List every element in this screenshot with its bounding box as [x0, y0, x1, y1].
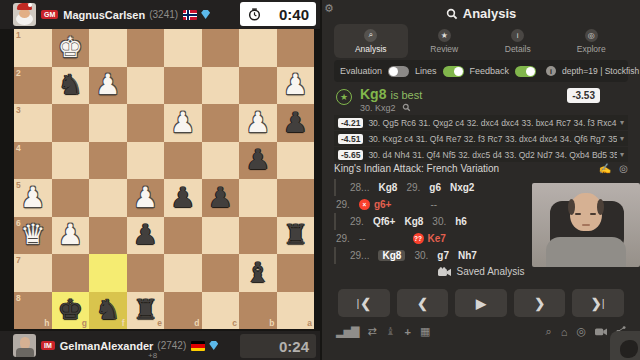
square-d3[interactable]: ♟ [164, 104, 202, 142]
move-number: 29. [350, 216, 364, 227]
best-move-star-icon: ★ [336, 89, 352, 105]
square-f7[interactable] [89, 254, 127, 292]
move[interactable]: Nh7 [458, 250, 477, 261]
engine-line-1[interactable]: -4.2130. Qg5 Rc6 31. Qxg2 c4 32. dxc4 dx… [334, 115, 628, 130]
line-eval: -4.21 [338, 118, 363, 128]
move[interactable]: Kg8 [378, 250, 405, 261]
square-f3[interactable] [89, 104, 127, 142]
square-b3[interactable]: ♟ [239, 104, 277, 142]
move-number: 29. [336, 199, 350, 210]
black-pawn-b4: ♟ [239, 142, 277, 180]
clock-bottom: 0:24 [240, 334, 316, 358]
saved-analysis-button[interactable]: Saved Analysis [322, 266, 640, 277]
white-pawn-f2: ♟ [89, 67, 127, 105]
white-pawn-a2: ♟ [277, 67, 315, 105]
square-b2[interactable] [239, 67, 277, 105]
move[interactable]: Kg8 [378, 182, 397, 193]
square-b4[interactable]: ♟ [239, 142, 277, 180]
best-move-suffix: is best [390, 89, 422, 101]
move-number: 28... [350, 182, 369, 193]
black-rook-e8: ♜ [127, 292, 165, 330]
magnifier-icon: ⌕ [364, 29, 377, 42]
webcam-video [532, 183, 640, 267]
player-bar-top: GM MagnusCarlsen (3241) 0:40 [0, 0, 320, 29]
feedback-toggle[interactable] [515, 66, 536, 77]
move[interactable]: Ke7 [428, 233, 446, 244]
go-back-button[interactable]: ❮ [397, 289, 449, 317]
board-editor-icon[interactable]: ▦ [420, 325, 430, 338]
square-e1[interactable] [127, 29, 165, 67]
square-b8[interactable]: b [239, 292, 277, 330]
title-badge-im: IM [41, 341, 55, 350]
move[interactable]: g6 [429, 182, 441, 193]
move[interactable]: Qf6+ [373, 216, 396, 227]
rank-label: 7 [16, 255, 21, 265]
square-h4[interactable]: 4 [14, 142, 52, 180]
black-pawn-a3: ♟ [277, 104, 315, 142]
expand-caret-icon[interactable]: ▾ [620, 118, 624, 127]
file-label: c [232, 318, 237, 328]
search-icon[interactable]: ⌕ [546, 325, 552, 338]
rank-label: 8 [16, 293, 21, 303]
norway-flag-icon [183, 10, 197, 20]
tab-explore[interactable]: ◎ Explore [555, 24, 629, 58]
best-move: Kg8 [360, 86, 386, 102]
video-icon[interactable] [595, 327, 607, 336]
app-window: GM MagnusCarlsen (3241) 0:40 1♚2♞♟♟3♟♟♟4… [0, 0, 640, 360]
chart-icon[interactable]: ▂▅▇ [336, 325, 358, 338]
file-label: d [194, 318, 199, 328]
square-a1[interactable] [277, 29, 315, 67]
lines-toggle-label: Lines [415, 66, 437, 76]
square-d1[interactable] [164, 29, 202, 67]
square-g8[interactable]: g♚ [52, 292, 90, 330]
play-button[interactable]: ▶ [455, 289, 507, 317]
move[interactable]: g6+ [374, 199, 392, 210]
clock-icon [248, 7, 261, 24]
corner-widget[interactable] [610, 331, 640, 360]
camera-icon [438, 267, 451, 277]
black-bishop-b7: ♝ [239, 254, 277, 292]
rank-label: 1 [16, 30, 21, 40]
chess-board[interactable]: 1♚2♞♟♟3♟♟♟4♟5♟♟♟♟6♛♟♟♜7♝8hg♚f♞e♜dcba [14, 29, 314, 329]
diamond-icon [201, 10, 210, 19]
square-e3[interactable] [127, 104, 165, 142]
white-pawn-b3: ♟ [239, 104, 277, 142]
square-d7[interactable] [164, 254, 202, 292]
move-number: 29. [336, 233, 350, 244]
go-forward-button[interactable]: ❯ [514, 289, 566, 317]
square-h5[interactable]: 5♟ [14, 179, 52, 217]
score-delta: +8 [148, 351, 157, 360]
engine-line-3[interactable]: -5.6530. d4 Nh4 31. Qf4 Nf5 32. dxc5 d4 … [334, 147, 628, 162]
square-c1[interactable] [202, 29, 240, 67]
square-e7[interactable] [127, 254, 165, 292]
white-pawn-d3: ♟ [164, 104, 202, 142]
engine-options-strip: EvaluationLinesFeedbacki depth=19 | Stoc… [334, 60, 628, 82]
square-e8[interactable]: e♜ [127, 292, 165, 330]
square-c4[interactable] [202, 142, 240, 180]
opening-row: King's Indian Attack: French Variation ✍… [334, 163, 628, 174]
square-g6[interactable]: ♟ [52, 217, 90, 255]
square-f6[interactable] [89, 217, 127, 255]
mistake-icon: × [359, 199, 370, 210]
square-c3[interactable] [202, 104, 240, 142]
tab-bar: ⌕ Analysis ★ Review i Details ◎ Explore [334, 24, 628, 58]
move[interactable]: -- [359, 233, 366, 244]
square-g2[interactable]: ♞ [52, 67, 90, 105]
engine-status: depth=19 | Stockfish 16 Lite [562, 66, 640, 76]
explorer-compass-icon[interactable]: ◎ [619, 163, 628, 174]
square-e5[interactable]: ♟ [127, 179, 165, 217]
engine-line-2[interactable]: -4.5130. Kxg2 c4 31. Qf4 Re7 32. f3 Rc7 … [334, 131, 628, 146]
opening-name: King's Indian Attack: French Variation [334, 163, 591, 174]
player-name-top[interactable]: MagnusCarlsen [63, 9, 145, 21]
best-move-reply: 30. Kxg2 [360, 103, 396, 113]
rematch-icon[interactable]: ⇄ [367, 325, 376, 338]
black-pawn-c5: ♟ [202, 179, 240, 217]
analysis-panel: ⚙ Analysis ⌕ Analysis ★ Review i Details… [322, 0, 640, 360]
square-e6[interactable]: ♟ [127, 217, 165, 255]
black-pawn-d5: ♟ [164, 179, 202, 217]
file-label: h [44, 318, 49, 328]
best-move-summary: ★ Kg8is best 30. Kxg2 -3.53 [334, 86, 628, 114]
rank-label: 4 [16, 143, 21, 153]
title-badge-gm: GM [41, 10, 58, 19]
square-a8[interactable]: a [277, 292, 315, 330]
line-moves: 30. d4 Nh4 31. Qf4 Nf5 32. dxc5 d4 33. Q… [368, 150, 617, 160]
square-b7[interactable]: ♝ [239, 254, 277, 292]
go-first-button[interactable]: |❮ [338, 289, 390, 317]
black-knight-g2: ♞ [52, 67, 90, 105]
square-d6[interactable] [164, 217, 202, 255]
rank-label: 3 [16, 105, 21, 115]
square-g4[interactable] [52, 142, 90, 180]
square-d8[interactable]: d [164, 292, 202, 330]
square-d2[interactable] [164, 67, 202, 105]
eval-badge: -3.53 [567, 88, 600, 103]
square-c2[interactable] [202, 67, 240, 105]
black-pawn-e6: ♟ [127, 217, 165, 255]
info-icon: i [511, 29, 524, 42]
move-number: 30. [414, 250, 428, 261]
target-icon[interactable]: ◎ [576, 325, 586, 338]
player-bar-bottom: IM GelmanAlexander (2742) 0:24 [0, 331, 320, 360]
black-knight-f8: ♞ [89, 292, 127, 330]
square-a5[interactable] [277, 179, 315, 217]
lines-toggle[interactable] [443, 66, 464, 77]
move-number: 29... [350, 250, 369, 261]
clock-time-top: 0:40 [279, 6, 309, 23]
move[interactable]: h6 [455, 216, 467, 227]
clock-time-bottom: 0:24 [279, 338, 309, 355]
square-g5[interactable] [52, 179, 90, 217]
go-last-button[interactable]: ❯| [572, 289, 624, 317]
annotations-icon[interactable]: ✍ [599, 163, 611, 174]
tab-review[interactable]: ★ Review [408, 24, 482, 58]
black-king-g8: ♚ [52, 292, 90, 330]
square-h2[interactable]: 2 [14, 67, 52, 105]
player-rating-top: (3241) [149, 9, 178, 20]
line-moves: 30. Qg5 Rc6 31. Qxg2 c4 32. dxc4 dxc4 33… [368, 118, 617, 128]
square-h8[interactable]: 8h [14, 292, 52, 330]
clock-top: 0:40 [240, 2, 316, 26]
square-a7[interactable] [277, 254, 315, 292]
add-icon[interactable]: + [404, 326, 410, 338]
file-label: b [269, 318, 274, 328]
black-rook-a6: ♜ [277, 217, 315, 255]
move[interactable]: Kg8 [404, 216, 423, 227]
star-icon: ★ [438, 29, 451, 42]
square-a2[interactable]: ♟ [277, 67, 315, 105]
white-pawn-g6: ♟ [52, 217, 90, 255]
square-h3[interactable]: 3 [14, 104, 52, 142]
square-h1[interactable]: 1 [14, 29, 52, 67]
white-pawn-h5: ♟ [14, 179, 52, 217]
player-rating-bottom: (2742) [157, 340, 186, 351]
square-h7[interactable]: 7 [14, 254, 52, 292]
square-f8[interactable]: f♞ [89, 292, 127, 330]
square-f1[interactable] [89, 29, 127, 67]
square-e2[interactable] [127, 67, 165, 105]
square-e4[interactable] [127, 142, 165, 180]
rank-label: 2 [16, 68, 21, 78]
move[interactable]: -- [430, 199, 437, 210]
blunder-icon: ?? [413, 233, 424, 244]
white-queen-h6: ♛ [14, 217, 52, 255]
diamond-icon [209, 341, 218, 350]
square-f5[interactable] [89, 179, 127, 217]
square-f4[interactable] [89, 142, 127, 180]
library-icon[interactable]: ⌂ [561, 326, 568, 338]
move[interactable]: g7 [437, 250, 449, 261]
preview-magnifier-icon [402, 103, 411, 112]
square-b6[interactable] [239, 217, 277, 255]
square-c8[interactable]: c [202, 292, 240, 330]
square-a4[interactable] [277, 142, 315, 180]
player-name-bottom[interactable]: GelmanAlexander [60, 340, 154, 352]
white-pawn-e5: ♟ [127, 179, 165, 217]
bottom-toolbar: ▂▅▇ ⇄ ♝ + ▦ ⌕ ⌂ ◎ [336, 325, 626, 338]
feedback-toggle-label: Feedback [470, 66, 510, 76]
move-number: 30. [432, 216, 446, 227]
tab-details[interactable]: i Details [481, 24, 555, 58]
square-c7[interactable] [202, 254, 240, 292]
square-b1[interactable] [239, 29, 277, 67]
streamer-body [546, 237, 626, 267]
germany-flag-icon [191, 341, 205, 351]
square-d4[interactable] [164, 142, 202, 180]
move-number: 29. [406, 182, 420, 193]
square-a3[interactable]: ♟ [277, 104, 315, 142]
square-b5[interactable] [239, 179, 277, 217]
move[interactable]: Nxg2 [450, 182, 474, 193]
compass-icon: ◎ [585, 29, 598, 42]
expand-caret-icon[interactable]: ▾ [620, 150, 624, 159]
expand-caret-icon[interactable]: ▾ [620, 134, 624, 143]
info-icon: i [546, 66, 556, 76]
square-d5[interactable]: ♟ [164, 179, 202, 217]
square-c5[interactable]: ♟ [202, 179, 240, 217]
square-a6[interactable]: ♜ [277, 217, 315, 255]
line-eval: -5.65 [338, 150, 363, 160]
evaluation-toggle-label: Evaluation [340, 66, 382, 76]
square-g3[interactable] [52, 104, 90, 142]
line-moves: 30. Kxg2 c4 31. Qf4 Re7 32. f3 Rc7 33. d… [368, 134, 617, 144]
panel-title: Analysis [322, 6, 640, 21]
avatar-gelman [13, 334, 36, 357]
square-c6[interactable] [202, 217, 240, 255]
avatar-magnus [13, 3, 36, 26]
file-label: a [307, 318, 312, 328]
piece-icon[interactable]: ♝ [386, 325, 396, 338]
square-g7[interactable] [52, 254, 90, 292]
white-king-g1: ♚ [52, 29, 90, 67]
navigation-controls: |❮ ❮ ▶ ❯ ❯| [338, 289, 624, 317]
square-h6[interactable]: 6♛ [14, 217, 52, 255]
line-eval: -4.51 [338, 134, 363, 144]
tab-analysis[interactable]: ⌕ Analysis [334, 24, 408, 58]
engine-lines: -4.2130. Qg5 Rc6 31. Qxg2 c4 32. dxc4 dx… [334, 115, 628, 163]
square-f2[interactable]: ♟ [89, 67, 127, 105]
square-g1[interactable]: ♚ [52, 29, 90, 67]
evaluation-toggle[interactable] [388, 66, 409, 77]
